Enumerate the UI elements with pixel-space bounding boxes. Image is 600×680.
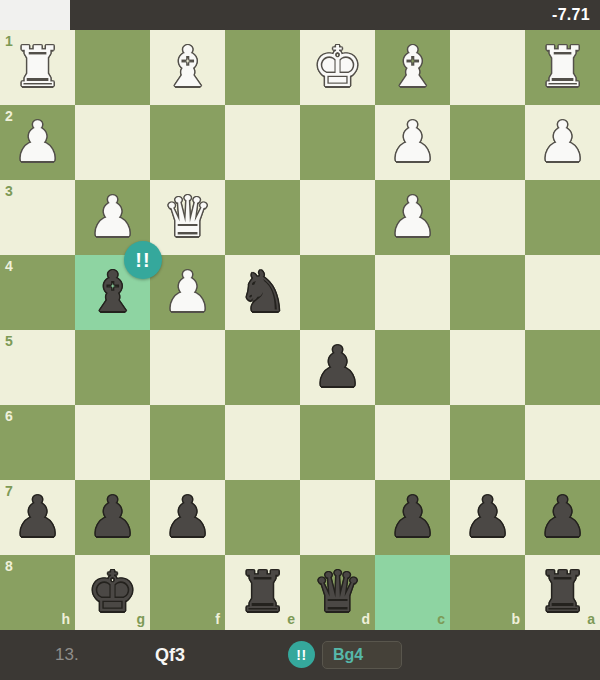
square-d5[interactable]: ♟: [300, 330, 375, 405]
square-d1[interactable]: ♚: [300, 30, 375, 105]
piece-white-rook[interactable]: ♜: [537, 29, 587, 104]
file-label-e: e: [287, 611, 295, 627]
square-f3[interactable]: ♛: [150, 180, 225, 255]
square-b7[interactable]: ♟: [450, 480, 525, 555]
file-label-b: b: [511, 611, 520, 627]
rank-label-8: 8: [5, 558, 13, 574]
square-d3[interactable]: [300, 180, 375, 255]
piece-white-pawn[interactable]: ♟: [387, 104, 437, 179]
file-label-d: d: [361, 611, 370, 627]
piece-white-bishop[interactable]: ♝: [387, 29, 437, 104]
square-a6[interactable]: [525, 405, 600, 480]
chess-app: -7.71 !! 1♜♝♚♝♜2♟♟♟3♟♛♟4♝♟♞5♟67♟♟♟♟♟♟8hg…: [0, 0, 600, 680]
piece-black-queen[interactable]: ♛: [312, 554, 362, 629]
piece-black-pawn[interactable]: ♟: [162, 479, 212, 554]
square-c2[interactable]: ♟: [375, 105, 450, 180]
square-f8[interactable]: f: [150, 555, 225, 630]
chess-board[interactable]: !! 1♜♝♚♝♜2♟♟♟3♟♛♟4♝♟♞5♟67♟♟♟♟♟♟8hg♚fe♜d♛…: [0, 30, 600, 630]
file-label-a: a: [587, 611, 595, 627]
square-c8[interactable]: c: [375, 555, 450, 630]
square-a1[interactable]: ♜: [525, 30, 600, 105]
rank-label-4: 4: [5, 258, 13, 274]
brilliant-move-badge: !!: [124, 241, 162, 279]
square-e8[interactable]: e♜: [225, 555, 300, 630]
square-f1[interactable]: ♝: [150, 30, 225, 105]
square-h2[interactable]: 2♟: [0, 105, 75, 180]
piece-black-pawn[interactable]: ♟: [87, 479, 137, 554]
square-e1[interactable]: [225, 30, 300, 105]
square-d2[interactable]: [300, 105, 375, 180]
square-e3[interactable]: [225, 180, 300, 255]
square-e7[interactable]: [225, 480, 300, 555]
evaluation-score: -7.71: [552, 6, 590, 24]
piece-black-knight[interactable]: ♞: [237, 254, 287, 329]
square-g5[interactable]: [75, 330, 150, 405]
square-h4[interactable]: 4: [0, 255, 75, 330]
square-f7[interactable]: ♟: [150, 480, 225, 555]
piece-white-pawn[interactable]: ♟: [387, 179, 437, 254]
square-b3[interactable]: [450, 180, 525, 255]
square-h8[interactable]: 8h: [0, 555, 75, 630]
piece-white-king[interactable]: ♚: [312, 29, 362, 104]
square-a8[interactable]: a♜: [525, 555, 600, 630]
square-f6[interactable]: [150, 405, 225, 480]
square-g8[interactable]: g♚: [75, 555, 150, 630]
rank-label-6: 6: [5, 408, 13, 424]
square-h7[interactable]: 7♟: [0, 480, 75, 555]
piece-white-pawn[interactable]: ♟: [87, 179, 137, 254]
square-b5[interactable]: [450, 330, 525, 405]
square-a7[interactable]: ♟: [525, 480, 600, 555]
square-c6[interactable]: [375, 405, 450, 480]
file-label-g: g: [136, 611, 145, 627]
square-h1[interactable]: 1♜: [0, 30, 75, 105]
brilliant-badge-small: !!: [288, 641, 315, 668]
square-d8[interactable]: d♛: [300, 555, 375, 630]
square-a5[interactable]: [525, 330, 600, 405]
square-c7[interactable]: ♟: [375, 480, 450, 555]
square-b2[interactable]: [450, 105, 525, 180]
square-f2[interactable]: [150, 105, 225, 180]
file-label-h: h: [61, 611, 70, 627]
square-e2[interactable]: [225, 105, 300, 180]
black-move-pill[interactable]: Bg4: [322, 641, 402, 669]
piece-white-pawn[interactable]: ♟: [537, 104, 587, 179]
square-f4[interactable]: ♟: [150, 255, 225, 330]
square-b6[interactable]: [450, 405, 525, 480]
square-a4[interactable]: [525, 255, 600, 330]
piece-white-pawn[interactable]: ♟: [12, 104, 62, 179]
piece-black-pawn[interactable]: ♟: [387, 479, 437, 554]
piece-black-pawn[interactable]: ♟: [537, 479, 587, 554]
square-h5[interactable]: 5: [0, 330, 75, 405]
square-g2[interactable]: [75, 105, 150, 180]
square-c5[interactable]: [375, 330, 450, 405]
square-h6[interactable]: 6: [0, 405, 75, 480]
square-b1[interactable]: [450, 30, 525, 105]
piece-white-bishop[interactable]: ♝: [162, 29, 212, 104]
square-f5[interactable]: [150, 330, 225, 405]
square-d7[interactable]: [300, 480, 375, 555]
square-e4[interactable]: ♞: [225, 255, 300, 330]
piece-black-rook[interactable]: ♜: [237, 554, 287, 629]
piece-black-pawn[interactable]: ♟: [462, 479, 512, 554]
square-d6[interactable]: [300, 405, 375, 480]
black-move-label: Bg4: [333, 646, 363, 664]
piece-white-queen[interactable]: ♛: [162, 179, 212, 254]
square-b8[interactable]: b: [450, 555, 525, 630]
square-a2[interactable]: ♟: [525, 105, 600, 180]
move-bar: 13. Qf3 !! Bg4: [0, 630, 600, 680]
file-label-c: c: [437, 611, 445, 627]
square-d4[interactable]: [300, 255, 375, 330]
square-e5[interactable]: [225, 330, 300, 405]
rank-label-5: 5: [5, 333, 13, 349]
square-b4[interactable]: [450, 255, 525, 330]
square-e6[interactable]: [225, 405, 300, 480]
square-c1[interactable]: ♝: [375, 30, 450, 105]
piece-white-rook[interactable]: ♜: [12, 29, 62, 104]
move-number: 13.: [55, 645, 79, 665]
piece-black-king[interactable]: ♚: [87, 554, 137, 629]
evaluation-bar: -7.71: [0, 0, 600, 30]
square-g6[interactable]: [75, 405, 150, 480]
square-g1[interactable]: [75, 30, 150, 105]
square-c4[interactable]: [375, 255, 450, 330]
piece-black-pawn[interactable]: ♟: [312, 329, 362, 404]
file-label-f: f: [215, 611, 220, 627]
white-move-label[interactable]: Qf3: [135, 645, 205, 666]
evaluation-bar-white-fill: [0, 0, 70, 30]
rank-label-3: 3: [5, 183, 13, 199]
square-g7[interactable]: ♟: [75, 480, 150, 555]
square-a3[interactable]: [525, 180, 600, 255]
piece-black-pawn[interactable]: ♟: [12, 479, 62, 554]
square-c3[interactable]: ♟: [375, 180, 450, 255]
square-h3[interactable]: 3: [0, 180, 75, 255]
piece-white-pawn[interactable]: ♟: [162, 254, 212, 329]
piece-black-rook[interactable]: ♜: [537, 554, 587, 629]
